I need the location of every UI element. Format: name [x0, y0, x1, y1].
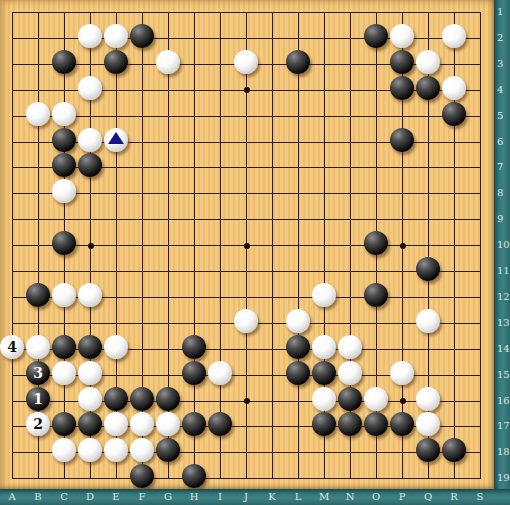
grid-line-horizontal [12, 271, 481, 272]
stone-black[interactable] [104, 50, 128, 74]
stone-white[interactable] [104, 128, 128, 152]
stone-black[interactable] [130, 464, 154, 488]
stone-black[interactable] [104, 387, 128, 411]
column-label: H [184, 491, 204, 502]
stone-black[interactable] [364, 412, 388, 436]
stone-black[interactable] [416, 257, 440, 281]
row-label: 17 [497, 420, 510, 432]
stone-black[interactable] [156, 438, 180, 462]
stone-white[interactable] [26, 335, 50, 359]
stone-white[interactable] [390, 361, 414, 385]
stone-black[interactable] [52, 128, 76, 152]
row-label: 19 [497, 472, 510, 484]
stone-white[interactable] [78, 387, 102, 411]
row-label: 2 [497, 32, 503, 44]
stone-black[interactable] [390, 76, 414, 100]
move-number-label: 4 [0, 335, 24, 359]
stone-white[interactable] [78, 128, 102, 152]
column-label: L [288, 491, 308, 502]
stone-white[interactable] [234, 50, 258, 74]
row-label: 11 [497, 265, 510, 277]
row-label: 1 [497, 6, 503, 18]
go-app-window: 4312 ABCDEFGHIJKLMNOPQRS1234567891011121… [0, 0, 510, 505]
stone-white[interactable] [338, 335, 362, 359]
stone-black[interactable] [338, 412, 362, 436]
stone-white[interactable] [130, 412, 154, 436]
stone-black[interactable] [52, 50, 76, 74]
stone-white[interactable] [416, 412, 440, 436]
move-number-label: 2 [26, 412, 50, 436]
row-label: 9 [497, 213, 503, 225]
stone-white[interactable] [104, 335, 128, 359]
column-label: O [366, 491, 386, 502]
stone-black[interactable] [52, 335, 76, 359]
stone-white[interactable] [338, 361, 362, 385]
stone-white[interactable] [104, 438, 128, 462]
column-label: M [314, 491, 334, 502]
triangle-marker-icon [108, 132, 124, 144]
column-label: P [392, 491, 412, 502]
column-label: R [444, 491, 464, 502]
grid-line-vertical [298, 12, 299, 479]
row-label: 18 [497, 446, 510, 458]
stone-white[interactable]: 2 [26, 412, 50, 436]
star-point [244, 398, 250, 404]
stone-black[interactable]: 1 [26, 387, 50, 411]
stone-black[interactable] [78, 412, 102, 436]
row-label: 8 [497, 187, 503, 199]
stone-black[interactable] [78, 153, 102, 177]
stone-black[interactable] [182, 464, 206, 488]
stone-black[interactable] [286, 335, 310, 359]
column-label: E [106, 491, 126, 502]
row-label: 14 [497, 343, 510, 355]
row-label: 13 [497, 317, 510, 329]
stone-white[interactable] [52, 283, 76, 307]
stone-black[interactable] [52, 231, 76, 255]
stone-white[interactable] [78, 361, 102, 385]
row-label: 6 [497, 136, 503, 148]
column-label: K [262, 491, 282, 502]
row-label: 10 [497, 239, 510, 251]
star-point [244, 243, 250, 249]
stone-white[interactable] [312, 387, 336, 411]
stone-white[interactable] [78, 438, 102, 462]
column-label: G [158, 491, 178, 502]
stone-black[interactable] [364, 283, 388, 307]
grid-line-vertical [480, 12, 481, 479]
stone-white[interactable] [52, 361, 76, 385]
stone-black[interactable] [182, 361, 206, 385]
stone-white[interactable] [52, 102, 76, 126]
stone-white[interactable] [416, 309, 440, 333]
stone-black[interactable] [52, 153, 76, 177]
row-label: 3 [497, 58, 503, 70]
stone-white[interactable] [442, 76, 466, 100]
stone-black[interactable] [390, 128, 414, 152]
stone-white[interactable]: 4 [0, 335, 24, 359]
stone-black[interactable] [286, 361, 310, 385]
stone-black[interactable] [156, 387, 180, 411]
column-label: D [80, 491, 100, 502]
stone-black[interactable] [130, 387, 154, 411]
stone-black[interactable] [78, 335, 102, 359]
stone-white[interactable] [26, 102, 50, 126]
column-label: B [28, 491, 48, 502]
star-point [400, 243, 406, 249]
grid-line-vertical [272, 12, 273, 479]
stone-black[interactable] [416, 438, 440, 462]
stone-black[interactable] [416, 76, 440, 100]
stone-white[interactable] [312, 335, 336, 359]
column-label: A [2, 491, 22, 502]
column-label: J [236, 491, 256, 502]
star-point [88, 243, 94, 249]
stone-white[interactable] [52, 179, 76, 203]
grid-line-horizontal [12, 478, 481, 479]
stone-black[interactable] [52, 412, 76, 436]
stone-white[interactable] [156, 412, 180, 436]
stone-white[interactable] [416, 50, 440, 74]
stone-black[interactable] [208, 412, 232, 436]
stone-black[interactable] [442, 438, 466, 462]
stone-white[interactable] [390, 24, 414, 48]
stone-black[interactable] [364, 24, 388, 48]
stone-black[interactable] [182, 412, 206, 436]
stone-black[interactable] [442, 102, 466, 126]
star-point [244, 87, 250, 93]
row-label: 12 [497, 291, 510, 303]
row-label: 5 [497, 110, 503, 122]
row-label: 15 [497, 369, 510, 381]
stone-white[interactable] [78, 76, 102, 100]
stone-black[interactable] [390, 50, 414, 74]
stone-black[interactable] [26, 283, 50, 307]
row-label: 7 [497, 161, 503, 173]
stone-black[interactable] [312, 361, 336, 385]
star-point [400, 398, 406, 404]
stone-white[interactable] [234, 309, 258, 333]
stone-white[interactable] [442, 24, 466, 48]
stone-white[interactable] [312, 283, 336, 307]
stone-white[interactable] [208, 361, 232, 385]
stone-white[interactable] [156, 50, 180, 74]
column-label: Q [418, 491, 438, 502]
stone-white[interactable] [104, 412, 128, 436]
stone-black[interactable] [286, 50, 310, 74]
go-board[interactable]: 4312 [0, 0, 494, 489]
stone-white[interactable] [52, 438, 76, 462]
column-label: N [340, 491, 360, 502]
stone-white[interactable] [286, 309, 310, 333]
stone-white[interactable] [416, 387, 440, 411]
move-number-label: 3 [26, 361, 50, 385]
column-label: S [470, 491, 490, 502]
stone-black[interactable] [390, 412, 414, 436]
column-label: I [210, 491, 230, 502]
stone-black[interactable]: 3 [26, 361, 50, 385]
stone-black[interactable] [130, 24, 154, 48]
stone-black[interactable] [182, 335, 206, 359]
stone-white[interactable] [78, 24, 102, 48]
column-label: C [54, 491, 74, 502]
row-label: 4 [497, 84, 503, 96]
stone-white[interactable] [130, 438, 154, 462]
stone-black[interactable] [338, 387, 362, 411]
stone-white[interactable] [364, 387, 388, 411]
stone-white[interactable] [104, 24, 128, 48]
stone-black[interactable] [364, 231, 388, 255]
stone-black[interactable] [312, 412, 336, 436]
row-label: 16 [497, 395, 510, 407]
move-number-label: 1 [26, 387, 50, 411]
stone-white[interactable] [78, 283, 102, 307]
column-label: F [132, 491, 152, 502]
